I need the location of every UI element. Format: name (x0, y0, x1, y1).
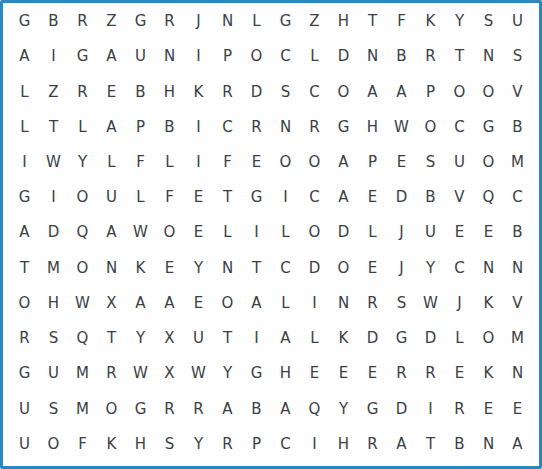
grid-cell-r12c8[interactable]: A (213, 392, 242, 427)
grid-cell-r8c12[interactable]: O (329, 251, 358, 286)
grid-cell-r3c10[interactable]: S (271, 74, 300, 109)
grid-cell-r7c1[interactable]: A (10, 215, 39, 250)
grid-cell-r7c4[interactable]: A (97, 215, 126, 250)
grid-cell-r12c5[interactable]: G (126, 392, 155, 427)
grid-cell-r9c4[interactable]: X (97, 286, 126, 321)
grid-cell-r2c18[interactable]: S (503, 39, 532, 74)
grid-cell-r12c2[interactable]: S (39, 392, 68, 427)
grid-cell-r3c2[interactable]: Z (39, 74, 68, 109)
grid-cell-r11c8[interactable]: Y (213, 356, 242, 391)
grid-cell-r13c6[interactable]: S (155, 427, 184, 462)
grid-cell-r13c3[interactable]: F (68, 427, 97, 462)
grid-cell-r3c11[interactable]: C (300, 74, 329, 109)
grid-cell-r13c13[interactable]: R (358, 427, 387, 462)
grid-cell-r9c12[interactable]: N (329, 286, 358, 321)
grid-cell-r11c2[interactable]: U (39, 356, 68, 391)
grid-cell-r9c11[interactable]: I (300, 286, 329, 321)
grid-cell-r3c3[interactable]: R (68, 74, 97, 109)
grid-cell-r11c4[interactable]: R (97, 356, 126, 391)
grid-cell-r8c6[interactable]: E (155, 251, 184, 286)
grid-cell-r6c5[interactable]: L (126, 180, 155, 215)
grid-cell-r5c5[interactable]: F (126, 145, 155, 180)
grid-cell-r6c17[interactable]: Q (474, 180, 503, 215)
grid-cell-r10c5[interactable]: Y (126, 321, 155, 356)
grid-cell-r1c12[interactable]: H (329, 4, 358, 39)
grid-cell-r12c15[interactable]: I (416, 392, 445, 427)
grid-cell-r13c10[interactable]: C (271, 427, 300, 462)
grid-cell-r10c1[interactable]: R (10, 321, 39, 356)
grid-cell-r9c10[interactable]: L (271, 286, 300, 321)
grid-cell-r9c3[interactable]: W (68, 286, 97, 321)
grid-cell-r3c14[interactable]: A (387, 74, 416, 109)
grid-cell-r10c18[interactable]: M (503, 321, 532, 356)
grid-cell-r4c11[interactable]: R (300, 110, 329, 145)
grid-cell-r12c13[interactable]: G (358, 392, 387, 427)
grid-cell-r8c5[interactable]: K (126, 251, 155, 286)
grid-cell-r2c17[interactable]: N (474, 39, 503, 74)
grid-cell-r10c15[interactable]: D (416, 321, 445, 356)
grid-cell-r9c13[interactable]: R (358, 286, 387, 321)
grid-cell-r4c7[interactable]: I (184, 110, 213, 145)
grid-cell-r1c4[interactable]: Z (97, 4, 126, 39)
grid-cell-r6c4[interactable]: U (97, 180, 126, 215)
grid-cell-r7c9[interactable]: I (242, 215, 271, 250)
grid-cell-r10c6[interactable]: X (155, 321, 184, 356)
grid-cell-r12c9[interactable]: B (242, 392, 271, 427)
grid-cell-r7c18[interactable]: B (503, 215, 532, 250)
grid-cell-r11c10[interactable]: H (271, 356, 300, 391)
grid-cell-r9c14[interactable]: S (387, 286, 416, 321)
grid-cell-r11c14[interactable]: R (387, 356, 416, 391)
grid-cell-r6c8[interactable]: T (213, 180, 242, 215)
grid-cell-r3c7[interactable]: K (184, 74, 213, 109)
grid-cell-r3c1[interactable]: L (10, 74, 39, 109)
grid-cell-r2c5[interactable]: U (126, 39, 155, 74)
grid-cell-r8c3[interactable]: O (68, 251, 97, 286)
grid-cell-r7c12[interactable]: D (329, 215, 358, 250)
grid-cell-r10c14[interactable]: G (387, 321, 416, 356)
grid-cell-r4c8[interactable]: C (213, 110, 242, 145)
grid-cell-r3c9[interactable]: D (242, 74, 271, 109)
grid-cell-r2c9[interactable]: O (242, 39, 271, 74)
grid-cell-r6c15[interactable]: B (416, 180, 445, 215)
grid-cell-r8c9[interactable]: T (242, 251, 271, 286)
grid-cell-r2c2[interactable]: I (39, 39, 68, 74)
grid-cell-r1c18[interactable]: U (503, 4, 532, 39)
grid-cell-r1c6[interactable]: R (155, 4, 184, 39)
grid-cell-r9c9[interactable]: A (242, 286, 271, 321)
grid-cell-r4c16[interactable]: C (445, 110, 474, 145)
grid-cell-r11c18[interactable]: N (503, 356, 532, 391)
grid-cell-r7c5[interactable]: W (126, 215, 155, 250)
grid-cell-r5c14[interactable]: E (387, 145, 416, 180)
grid-cell-r13c8[interactable]: R (213, 427, 242, 462)
grid-cell-r13c5[interactable]: H (126, 427, 155, 462)
grid-cell-r8c4[interactable]: N (97, 251, 126, 286)
grid-cell-r4c6[interactable]: B (155, 110, 184, 145)
grid-cell-r4c17[interactable]: G (474, 110, 503, 145)
grid-cell-r6c7[interactable]: E (184, 180, 213, 215)
grid-cell-r5c10[interactable]: O (271, 145, 300, 180)
grid-cell-r2c3[interactable]: G (68, 39, 97, 74)
grid-cell-r11c6[interactable]: X (155, 356, 184, 391)
grid-cell-r3c12[interactable]: O (329, 74, 358, 109)
grid-cell-r6c3[interactable]: O (68, 180, 97, 215)
grid-cell-r8c13[interactable]: E (358, 251, 387, 286)
grid-cell-r8c17[interactable]: N (474, 251, 503, 286)
grid-cell-r13c18[interactable]: A (503, 427, 532, 462)
grid-cell-r4c13[interactable]: H (358, 110, 387, 145)
grid-cell-r5c8[interactable]: F (213, 145, 242, 180)
grid-cell-r12c1[interactable]: U (10, 392, 39, 427)
grid-cell-r11c5[interactable]: W (126, 356, 155, 391)
grid-cell-r4c2[interactable]: T (39, 110, 68, 145)
grid-cell-r11c13[interactable]: E (358, 356, 387, 391)
grid-cell-r12c7[interactable]: R (184, 392, 213, 427)
grid-cell-r2c4[interactable]: A (97, 39, 126, 74)
grid-cell-r13c7[interactable]: Y (184, 427, 213, 462)
grid-cell-r11c9[interactable]: G (242, 356, 271, 391)
grid-cell-r13c16[interactable]: B (445, 427, 474, 462)
grid-cell-r11c15[interactable]: R (416, 356, 445, 391)
grid-cell-r1c9[interactable]: L (242, 4, 271, 39)
grid-cell-r10c2[interactable]: S (39, 321, 68, 356)
grid-cell-r13c4[interactable]: K (97, 427, 126, 462)
grid-cell-r11c11[interactable]: E (300, 356, 329, 391)
grid-cell-r5c3[interactable]: Y (68, 145, 97, 180)
grid-cell-r10c11[interactable]: L (300, 321, 329, 356)
grid-cell-r10c4[interactable]: T (97, 321, 126, 356)
grid-cell-r4c4[interactable]: A (97, 110, 126, 145)
grid-cell-r11c3[interactable]: M (68, 356, 97, 391)
grid-cell-r9c8[interactable]: O (213, 286, 242, 321)
grid-cell-r6c6[interactable]: F (155, 180, 184, 215)
grid-cell-r7c14[interactable]: J (387, 215, 416, 250)
grid-cell-r2c16[interactable]: T (445, 39, 474, 74)
grid-cell-r13c1[interactable]: U (10, 427, 39, 462)
grid-cell-r12c16[interactable]: R (445, 392, 474, 427)
grid-cell-r4c9[interactable]: R (242, 110, 271, 145)
grid-cell-r11c1[interactable]: G (10, 356, 39, 391)
grid-cell-r8c14[interactable]: J (387, 251, 416, 286)
grid-cell-r5c4[interactable]: L (97, 145, 126, 180)
grid-cell-r8c7[interactable]: Y (184, 251, 213, 286)
grid-cell-r1c2[interactable]: B (39, 4, 68, 39)
grid-cell-r7c3[interactable]: Q (68, 215, 97, 250)
grid-cell-r2c10[interactable]: C (271, 39, 300, 74)
grid-cell-r10c17[interactable]: O (474, 321, 503, 356)
grid-cell-r8c16[interactable]: C (445, 251, 474, 286)
grid-cell-r12c12[interactable]: Y (329, 392, 358, 427)
grid-cell-r1c16[interactable]: Y (445, 4, 474, 39)
grid-cell-r2c8[interactable]: P (213, 39, 242, 74)
grid-cell-r5c2[interactable]: W (39, 145, 68, 180)
grid-cell-r8c10[interactable]: C (271, 251, 300, 286)
grid-cell-r6c18[interactable]: C (503, 180, 532, 215)
grid-cell-r1c14[interactable]: F (387, 4, 416, 39)
grid-cell-r10c12[interactable]: K (329, 321, 358, 356)
grid-cell-r8c8[interactable]: N (213, 251, 242, 286)
grid-cell-r13c9[interactable]: P (242, 427, 271, 462)
grid-cell-r7c17[interactable]: E (474, 215, 503, 250)
grid-cell-r1c7[interactable]: J (184, 4, 213, 39)
grid-cell-r12c6[interactable]: R (155, 392, 184, 427)
grid-cell-r10c13[interactable]: D (358, 321, 387, 356)
grid-cell-r3c16[interactable]: O (445, 74, 474, 109)
grid-cell-r5c7[interactable]: I (184, 145, 213, 180)
grid-cell-r9c5[interactable]: A (126, 286, 155, 321)
grid-cell-r1c3[interactable]: R (68, 4, 97, 39)
grid-cell-r8c2[interactable]: M (39, 251, 68, 286)
grid-cell-r10c9[interactable]: I (242, 321, 271, 356)
grid-cell-r5c9[interactable]: E (242, 145, 271, 180)
grid-cell-r7c16[interactable]: E (445, 215, 474, 250)
grid-cell-r3c4[interactable]: E (97, 74, 126, 109)
grid-cell-r8c11[interactable]: D (300, 251, 329, 286)
grid-cell-r13c11[interactable]: I (300, 427, 329, 462)
grid-cell-r5c12[interactable]: A (329, 145, 358, 180)
grid-cell-r5c6[interactable]: L (155, 145, 184, 180)
grid-cell-r4c5[interactable]: P (126, 110, 155, 145)
grid-cell-r10c16[interactable]: L (445, 321, 474, 356)
grid-cell-r10c3[interactable]: Q (68, 321, 97, 356)
grid-cell-r6c14[interactable]: D (387, 180, 416, 215)
grid-cell-r8c1[interactable]: T (10, 251, 39, 286)
grid-cell-r9c6[interactable]: A (155, 286, 184, 321)
grid-cell-r8c15[interactable]: Y (416, 251, 445, 286)
grid-cell-r2c12[interactable]: D (329, 39, 358, 74)
grid-cell-r4c1[interactable]: L (10, 110, 39, 145)
grid-cell-r12c18[interactable]: E (503, 392, 532, 427)
grid-cell-r3c17[interactable]: O (474, 74, 503, 109)
grid-cell-r12c14[interactable]: D (387, 392, 416, 427)
grid-cell-r6c10[interactable]: I (271, 180, 300, 215)
grid-cell-r4c10[interactable]: N (271, 110, 300, 145)
grid-cell-r3c5[interactable]: B (126, 74, 155, 109)
grid-cell-r5c18[interactable]: M (503, 145, 532, 180)
grid-cell-r3c8[interactable]: R (213, 74, 242, 109)
grid-cell-r2c6[interactable]: N (155, 39, 184, 74)
grid-cell-r3c18[interactable]: V (503, 74, 532, 109)
grid-cell-r6c9[interactable]: G (242, 180, 271, 215)
grid-cell-r2c1[interactable]: A (10, 39, 39, 74)
grid-cell-r6c13[interactable]: E (358, 180, 387, 215)
grid-cell-r4c14[interactable]: W (387, 110, 416, 145)
grid-cell-r11c7[interactable]: W (184, 356, 213, 391)
grid-cell-r9c15[interactable]: W (416, 286, 445, 321)
grid-cell-r6c1[interactable]: G (10, 180, 39, 215)
grid-cell-r4c18[interactable]: B (503, 110, 532, 145)
grid-cell-r9c16[interactable]: J (445, 286, 474, 321)
grid-cell-r7c2[interactable]: D (39, 215, 68, 250)
grid-cell-r1c5[interactable]: G (126, 4, 155, 39)
grid-cell-r12c4[interactable]: O (97, 392, 126, 427)
grid-cell-r9c18[interactable]: V (503, 286, 532, 321)
grid-cell-r2c14[interactable]: B (387, 39, 416, 74)
grid-cell-r9c2[interactable]: H (39, 286, 68, 321)
grid-cell-r9c17[interactable]: K (474, 286, 503, 321)
grid-cell-r5c15[interactable]: S (416, 145, 445, 180)
grid-cell-r8c18[interactable]: N (503, 251, 532, 286)
grid-cell-r5c16[interactable]: U (445, 145, 474, 180)
grid-cell-r11c17[interactable]: K (474, 356, 503, 391)
grid-cell-r12c3[interactable]: M (68, 392, 97, 427)
grid-cell-r1c17[interactable]: S (474, 4, 503, 39)
grid-cell-r4c12[interactable]: G (329, 110, 358, 145)
grid-cell-r10c7[interactable]: U (184, 321, 213, 356)
grid-cell-r9c1[interactable]: O (10, 286, 39, 321)
grid-cell-r1c11[interactable]: Z (300, 4, 329, 39)
grid-cell-r2c13[interactable]: N (358, 39, 387, 74)
grid-cell-r13c2[interactable]: O (39, 427, 68, 462)
grid-cell-r7c15[interactable]: U (416, 215, 445, 250)
grid-cell-r7c6[interactable]: O (155, 215, 184, 250)
grid-cell-r7c8[interactable]: L (213, 215, 242, 250)
grid-cell-r12c10[interactable]: A (271, 392, 300, 427)
grid-cell-r13c15[interactable]: T (416, 427, 445, 462)
grid-cell-r6c2[interactable]: I (39, 180, 68, 215)
grid-cell-r5c1[interactable]: I (10, 145, 39, 180)
grid-cell-r9c7[interactable]: E (184, 286, 213, 321)
grid-cell-r5c13[interactable]: P (358, 145, 387, 180)
grid-cell-r7c13[interactable]: L (358, 215, 387, 250)
word-search-board: GBRZGRJNLGZHTFKYSUAIGAUNIPOCLDNBRTNSLZRE… (0, 0, 542, 469)
grid-cell-r6c11[interactable]: C (300, 180, 329, 215)
grid-cell-r1c13[interactable]: T (358, 4, 387, 39)
grid-cell-r10c8[interactable]: T (213, 321, 242, 356)
grid-cell-r7c11[interactable]: O (300, 215, 329, 250)
grid-cell-r5c17[interactable]: O (474, 145, 503, 180)
grid-cell-r6c12[interactable]: A (329, 180, 358, 215)
grid-cell-r5c11[interactable]: O (300, 145, 329, 180)
grid-cell-r3c13[interactable]: A (358, 74, 387, 109)
grid-cell-r12c11[interactable]: Q (300, 392, 329, 427)
grid-cell-r1c15[interactable]: K (416, 4, 445, 39)
grid-cell-r11c12[interactable]: E (329, 356, 358, 391)
grid-cell-r4c3[interactable]: L (68, 110, 97, 145)
grid-cell-r13c12[interactable]: H (329, 427, 358, 462)
grid-cell-r3c15[interactable]: P (416, 74, 445, 109)
grid-cell-r10c10[interactable]: A (271, 321, 300, 356)
grid-cell-r2c15[interactable]: R (416, 39, 445, 74)
grid-cell-r13c14[interactable]: A (387, 427, 416, 462)
grid-cell-r11c16[interactable]: E (445, 356, 474, 391)
grid-cell-r7c7[interactable]: E (184, 215, 213, 250)
grid-cell-r1c8[interactable]: N (213, 4, 242, 39)
grid-cell-r6c16[interactable]: V (445, 180, 474, 215)
grid-cell-r12c17[interactable]: E (474, 392, 503, 427)
grid-cell-r2c11[interactable]: L (300, 39, 329, 74)
grid-cell-r3c6[interactable]: H (155, 74, 184, 109)
grid-cell-r1c10[interactable]: G (271, 4, 300, 39)
grid-cell-r2c7[interactable]: I (184, 39, 213, 74)
grid-cell-r13c17[interactable]: N (474, 427, 503, 462)
grid-cell-r1c1[interactable]: G (10, 4, 39, 39)
grid-cell-r7c10[interactable]: L (271, 215, 300, 250)
grid-cell-r4c15[interactable]: O (416, 110, 445, 145)
